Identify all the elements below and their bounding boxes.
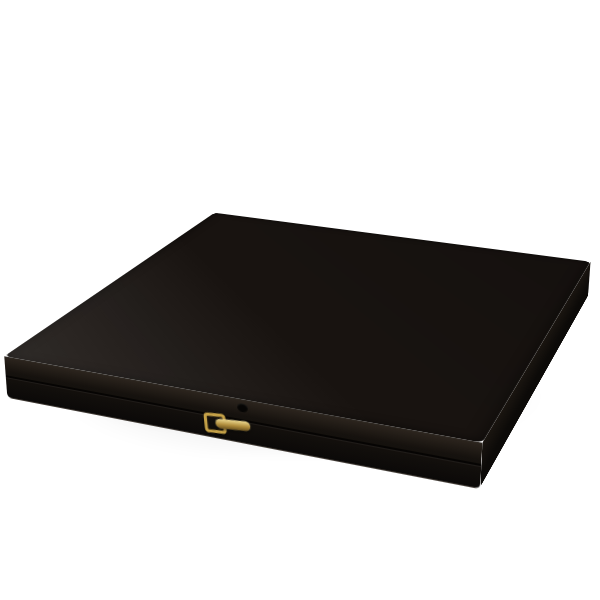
brass-clasp	[203, 409, 254, 437]
chess-set-photo	[0, 0, 600, 600]
chess-board-box	[4, 213, 590, 443]
scene	[0, 0, 600, 600]
